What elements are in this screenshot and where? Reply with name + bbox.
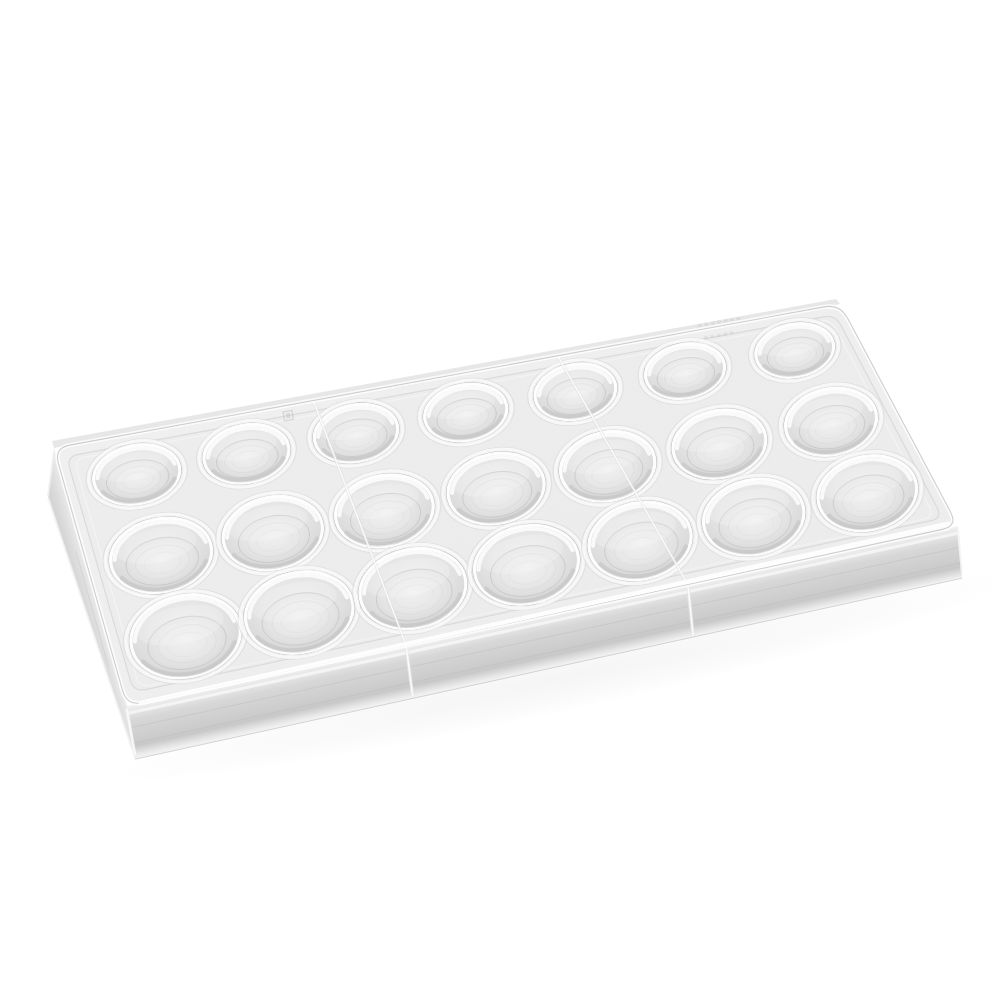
mould-photo-svg bbox=[0, 0, 1000, 1000]
mould-scene bbox=[0, 0, 1000, 1000]
chocolate-mould-photo: Clear polycarbonate chocolate mould tray… bbox=[0, 0, 1000, 1000]
